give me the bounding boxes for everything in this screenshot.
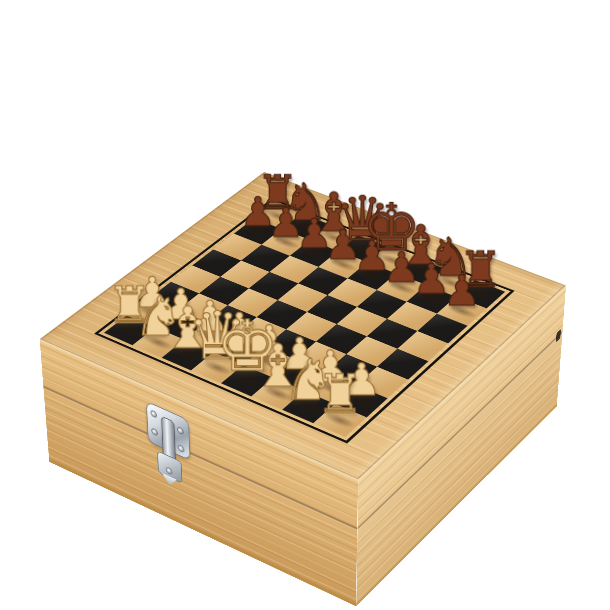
piece-shadow [374,251,409,268]
latch-screw-icon [166,466,173,475]
piece-shadow [229,371,266,390]
piece-shadow [413,290,449,308]
piece-shadow [192,328,228,347]
piece-shadow [444,302,480,320]
piece-shadow [281,365,318,384]
product-photo: ♜♞♝♛♚♝♞♜♟♟♟♟♟♟♟♟♟♟♟♟♟♟♟♟♜♞♝♛♚♝♞♜ [0,0,610,610]
piece-shadow [169,346,205,365]
piece-black-rook: ♜ [445,247,516,294]
piece-black-rook: ♜ [244,171,312,216]
latch-screw-icon [150,409,157,418]
piece-shadow [403,263,438,280]
piece-shadow [134,304,169,322]
square-h8: ♜ [456,280,505,308]
latch-clasp [141,399,195,498]
piece-shadow [317,229,351,245]
piece-shadow [321,410,359,430]
chess-box: ♜♞♝♛♚♝♞♜♟♟♟♟♟♟♟♟♟♟♟♟♟♟♟♟♜♞♝♛♚♝♞♜ [40,172,567,480]
piece-shadow [140,333,176,352]
piece-shadow [241,223,275,239]
piece-shadow [221,340,257,359]
piece-shadow [199,358,236,377]
piece-shadow [433,274,469,291]
piece-shadow [325,256,360,273]
latch-screw-icon [177,426,184,436]
latch-screw-icon [178,444,185,453]
hinge-nub [556,329,561,343]
piece-shadow [251,353,288,372]
piece-shadow [342,391,380,411]
piece-shadow [384,279,420,296]
square-e1: ♚ [221,365,273,396]
latch-screw-icon [151,427,158,436]
piece-black-knight: ♞ [415,232,486,282]
square-a1: ♜ [104,315,155,345]
square-c2: ♟ [184,322,235,352]
scene: ♜♞♝♛♚♝♞♜♟♟♟♟♟♟♟♟♟♟♟♟♟♟♟♟♜♞♝♛♚♝♞♜ [0,0,610,610]
